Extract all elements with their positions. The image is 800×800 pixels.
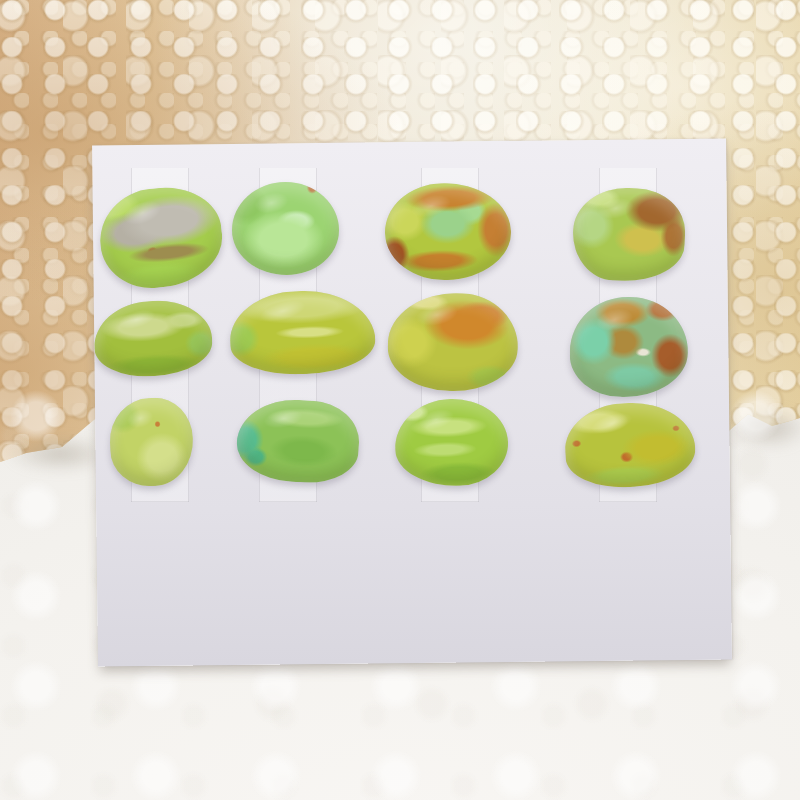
stone-2 xyxy=(232,182,339,275)
stone-4 xyxy=(571,186,686,283)
photo-scene xyxy=(0,0,800,800)
stone-highlight xyxy=(253,401,313,436)
stone-highlight xyxy=(587,190,643,228)
